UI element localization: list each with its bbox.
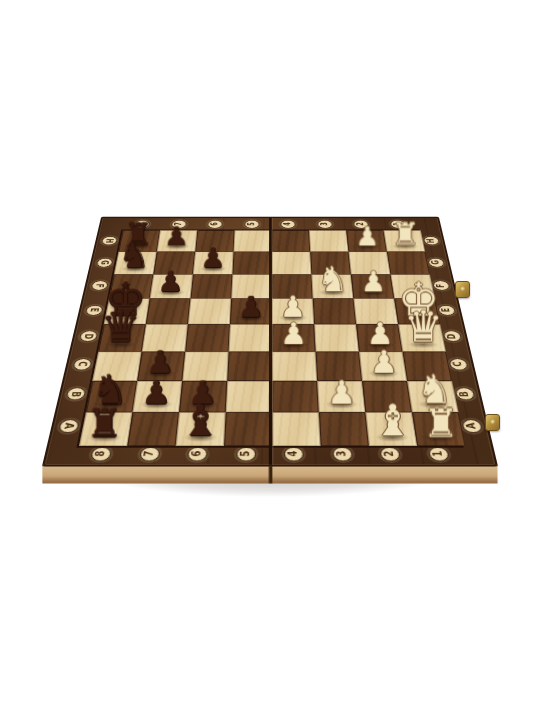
product-photo-page: 87654321 87654321 HGFEDCBA HGFEDCBA ♜♟♟♜…	[0, 0, 540, 720]
square-a1: ♜	[412, 412, 466, 446]
square-b7: ♟	[132, 381, 182, 412]
coord-label-bottom-3: 3	[332, 447, 353, 461]
square-g5	[232, 252, 272, 275]
coord-label-right-A: A	[461, 419, 483, 433]
square-a2: ♝	[365, 412, 417, 446]
black-pawn-f7: ♟	[158, 269, 183, 295]
square-h1: ♜	[384, 230, 426, 251]
square-c5	[227, 352, 272, 381]
square-b4	[272, 381, 319, 412]
square-a3	[319, 412, 369, 446]
white-pawn-f2: ♟	[361, 269, 386, 295]
coord-label-left-D: D	[78, 331, 98, 342]
square-e3	[313, 299, 356, 325]
coord-label-right-D: D	[442, 331, 462, 342]
coord-label-right-H: H	[422, 236, 439, 245]
black-pawn-g6: ♟	[201, 246, 225, 271]
black-pawn-c7: ♟	[146, 348, 174, 376]
square-c2: ♟	[359, 352, 407, 381]
square-d5	[229, 324, 272, 351]
square-g4	[272, 252, 312, 275]
coord-label-right-G: G	[427, 258, 445, 267]
black-rook-a8: ♜	[87, 405, 122, 441]
white-pawn-h2: ♟	[355, 224, 379, 248]
square-f2: ♟	[351, 274, 394, 298]
coord-label-bottom-7: 7	[139, 447, 161, 461]
square-f6	[190, 274, 232, 298]
black-pawn-e5: ♟	[238, 294, 264, 321]
square-c4	[272, 352, 317, 381]
square-d6	[185, 324, 230, 351]
coord-label-left-G: G	[95, 258, 113, 267]
coord-label-bottom-1: 1	[427, 447, 449, 461]
coord-label-bottom-4: 4	[284, 447, 304, 461]
coord-label-bottom-5: 5	[236, 447, 256, 461]
coord-label-bottom-8: 8	[90, 447, 112, 461]
black-pawn-h7: ♟	[165, 224, 189, 248]
square-a7	[127, 412, 179, 446]
square-b3: ♟	[317, 381, 365, 412]
coord-label-left-H: H	[100, 236, 117, 245]
coord-label-top-5: 5	[244, 220, 259, 228]
square-f7: ♟	[150, 274, 193, 298]
white-bishop-a2: ♝	[373, 401, 412, 441]
brass-clasp-upper	[455, 281, 470, 298]
square-a5	[224, 412, 272, 446]
black-bishop-a6: ♝	[181, 401, 220, 441]
white-pawn-b3: ♟	[327, 378, 356, 407]
coord-label-left-A: A	[57, 419, 79, 433]
square-e7	[146, 299, 191, 325]
square-h4	[272, 230, 310, 251]
front-edge-seam	[269, 466, 273, 484]
square-f3: ♞	[311, 274, 353, 298]
square-e6	[188, 299, 231, 325]
perspective-scene: 87654321 87654321 HGFEDCBA HGFEDCBA ♜♟♟♜…	[0, 0, 540, 720]
black-knight-g8: ♞	[119, 240, 149, 271]
square-h3	[309, 230, 348, 251]
coord-label-bottom-2: 2	[380, 447, 402, 461]
square-h5	[233, 230, 271, 251]
coord-label-top-4: 4	[281, 220, 296, 228]
white-knight-f3: ♞	[317, 263, 348, 295]
black-queen-d8: ♛	[101, 308, 140, 348]
white-pawn-d4: ♟	[280, 320, 307, 347]
coord-label-top-3: 3	[317, 220, 333, 228]
square-g6: ♟	[193, 252, 234, 275]
square-g8: ♞	[114, 252, 157, 275]
brass-clasp-lower	[485, 414, 500, 431]
coord-label-bottom-6: 6	[187, 447, 208, 461]
coord-label-left-B: B	[65, 388, 86, 401]
coord-label-right-B: B	[454, 388, 475, 401]
coord-label-left-C: C	[72, 358, 92, 370]
square-d1: ♛	[398, 324, 446, 351]
black-pawn-b7: ♟	[142, 378, 171, 407]
square-a4	[272, 412, 320, 446]
white-rook-a1: ♜	[423, 405, 458, 441]
chess-board: 87654321 87654321 HGFEDCBA HGFEDCBA ♜♟♟♜…	[42, 217, 498, 467]
square-e5: ♟	[230, 299, 272, 325]
square-d4: ♟	[272, 324, 316, 351]
square-h7: ♟	[157, 230, 197, 251]
square-b5	[226, 381, 273, 412]
square-a6: ♝	[176, 412, 226, 446]
white-pawn-c2: ♟	[370, 348, 398, 376]
front-edge	[42, 465, 497, 484]
square-g1	[387, 252, 430, 275]
white-queen-d1: ♛	[404, 308, 443, 348]
coord-label-top-6: 6	[207, 220, 223, 228]
square-h2: ♟	[346, 230, 387, 251]
square-d3	[314, 324, 359, 351]
square-d8: ♛	[98, 324, 146, 351]
square-a8: ♜	[79, 412, 132, 446]
